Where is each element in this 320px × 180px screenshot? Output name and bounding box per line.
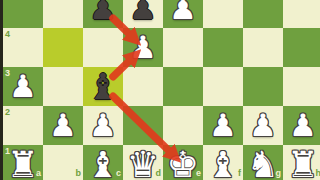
white-pawn-e5[interactable]: ♟ xyxy=(163,0,203,28)
square-e3[interactable] xyxy=(163,67,203,106)
white-pawn-d4[interactable]: ♟ xyxy=(123,28,163,67)
square-a2[interactable]: 2 xyxy=(3,106,43,145)
square-e2[interactable] xyxy=(163,106,203,145)
white-pawn-f2[interactable]: ♟ xyxy=(203,106,243,145)
black-pawn-c5[interactable]: ♟ xyxy=(83,0,123,28)
square-h4[interactable] xyxy=(283,28,320,67)
black-pawn-d5[interactable]: ♟ xyxy=(123,0,163,28)
white-bishop-f1[interactable]: ♝ xyxy=(203,145,243,180)
square-c5[interactable]: ♟ xyxy=(83,0,123,28)
white-pawn-h2[interactable]: ♟ xyxy=(283,106,320,145)
square-f2[interactable]: ♟ xyxy=(203,106,243,145)
square-f4[interactable] xyxy=(203,28,243,67)
square-c2[interactable]: ♟ xyxy=(83,106,123,145)
square-f3[interactable] xyxy=(203,67,243,106)
square-e1[interactable]: e♚ xyxy=(163,145,203,180)
square-e4[interactable] xyxy=(163,28,203,67)
white-knight-g1[interactable]: ♞ xyxy=(243,145,283,180)
square-d3[interactable] xyxy=(123,67,163,106)
square-d2[interactable] xyxy=(123,106,163,145)
square-h2[interactable]: ♟ xyxy=(283,106,320,145)
square-a1[interactable]: 1a♜ xyxy=(3,145,43,180)
square-f1[interactable]: f♝ xyxy=(203,145,243,180)
white-rook-h1[interactable]: ♜ xyxy=(283,145,320,180)
square-g5[interactable] xyxy=(243,0,283,28)
square-g1[interactable]: g♞ xyxy=(243,145,283,180)
square-c3[interactable]: ♝ xyxy=(83,67,123,106)
rank-label-4: 4 xyxy=(5,30,10,39)
square-g3[interactable] xyxy=(243,67,283,106)
square-g4[interactable] xyxy=(243,28,283,67)
square-b3[interactable] xyxy=(43,67,83,106)
square-b5[interactable] xyxy=(43,0,83,28)
white-pawn-a3[interactable]: ♟ xyxy=(3,67,43,106)
square-h3[interactable] xyxy=(283,67,320,106)
square-c4[interactable] xyxy=(83,28,123,67)
square-b2[interactable]: ♟ xyxy=(43,106,83,145)
board-thumbnail: ♟♟♟4♟3♟♝2♟♟♟♟♟1a♜bc♝d♛e♚f♝g♞h♜ xyxy=(0,0,320,180)
square-a4[interactable]: 4 xyxy=(3,28,43,67)
square-d4[interactable]: ♟ xyxy=(123,28,163,67)
white-queen-d1[interactable]: ♛ xyxy=(123,145,163,180)
square-c1[interactable]: c♝ xyxy=(83,145,123,180)
black-bishop-c3[interactable]: ♝ xyxy=(83,67,123,106)
square-a5[interactable] xyxy=(3,0,43,28)
square-b4[interactable] xyxy=(43,28,83,67)
square-b1[interactable]: b xyxy=(43,145,83,180)
square-h5[interactable] xyxy=(283,0,320,28)
white-bishop-c1[interactable]: ♝ xyxy=(83,145,123,180)
white-pawn-b2[interactable]: ♟ xyxy=(43,106,83,145)
square-g2[interactable]: ♟ xyxy=(243,106,283,145)
chess-board: ♟♟♟4♟3♟♝2♟♟♟♟♟1a♜bc♝d♛e♚f♝g♞h♜ xyxy=(3,0,320,180)
square-e5[interactable]: ♟ xyxy=(163,0,203,28)
square-d1[interactable]: d♛ xyxy=(123,145,163,180)
rank-label-2: 2 xyxy=(5,108,10,117)
white-rook-a1[interactable]: ♜ xyxy=(3,145,43,180)
white-pawn-g2[interactable]: ♟ xyxy=(243,106,283,145)
square-d5[interactable]: ♟ xyxy=(123,0,163,28)
white-king-e1[interactable]: ♚ xyxy=(163,145,203,180)
file-label-b: b xyxy=(76,169,82,178)
white-pawn-c2[interactable]: ♟ xyxy=(83,106,123,145)
square-h1[interactable]: h♜ xyxy=(283,145,320,180)
square-a3[interactable]: 3♟ xyxy=(3,67,43,106)
square-f5[interactable] xyxy=(203,0,243,28)
